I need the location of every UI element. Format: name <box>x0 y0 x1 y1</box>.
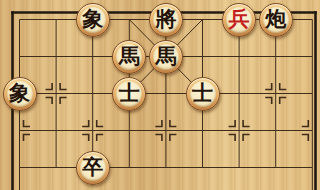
point-marker <box>170 135 177 142</box>
piece-black-horse-e1[interactable]: 馬 <box>149 40 183 74</box>
piece-black-horse-d1[interactable]: 馬 <box>112 40 146 74</box>
point-marker <box>155 120 162 127</box>
point-marker <box>60 98 67 105</box>
piece-glyph: 象 <box>9 83 30 104</box>
piece-black-advisor-f2[interactable]: 士 <box>186 77 220 111</box>
point-marker <box>243 135 250 142</box>
piece-black-elephant-c0[interactable]: 象 <box>76 3 110 37</box>
piece-glyph: 卒 <box>82 157 103 178</box>
piece-glyph: 兵 <box>229 9 250 30</box>
point-marker <box>82 120 89 127</box>
point-marker <box>24 135 31 142</box>
piece-glyph: 士 <box>192 83 213 104</box>
piece-red-soldier-g0[interactable]: 兵 <box>222 3 256 37</box>
xiangqi-board[interactable]: 象將兵炮馬馬象士士卒 <box>0 0 320 190</box>
point-marker <box>46 83 53 90</box>
point-marker <box>302 120 309 127</box>
piece-black-elephant-a2[interactable]: 象 <box>3 77 37 111</box>
point-marker <box>280 83 287 90</box>
point-marker <box>97 120 104 127</box>
point-marker <box>265 98 272 105</box>
piece-black-soldier-c4[interactable]: 卒 <box>76 151 110 185</box>
point-marker <box>170 120 177 127</box>
point-marker <box>280 98 287 105</box>
piece-black-advisor-d2[interactable]: 士 <box>112 77 146 111</box>
piece-glyph: 象 <box>82 9 103 30</box>
point-marker <box>302 135 309 142</box>
piece-black-general-e0[interactable]: 將 <box>149 3 183 37</box>
piece-glyph: 將 <box>155 9 176 30</box>
point-marker <box>229 135 236 142</box>
point-marker <box>265 83 272 90</box>
piece-glyph: 炮 <box>265 9 286 30</box>
point-marker <box>46 98 53 105</box>
piece-glyph: 馬 <box>155 46 176 67</box>
piece-glyph: 馬 <box>119 46 140 67</box>
piece-glyph: 士 <box>119 83 140 104</box>
piece-black-cannon-h0[interactable]: 炮 <box>259 3 293 37</box>
point-marker <box>82 135 89 142</box>
point-marker <box>97 135 104 142</box>
point-marker <box>243 120 250 127</box>
point-marker <box>60 83 67 90</box>
point-marker <box>155 135 162 142</box>
point-marker <box>24 120 31 127</box>
point-marker <box>229 120 236 127</box>
